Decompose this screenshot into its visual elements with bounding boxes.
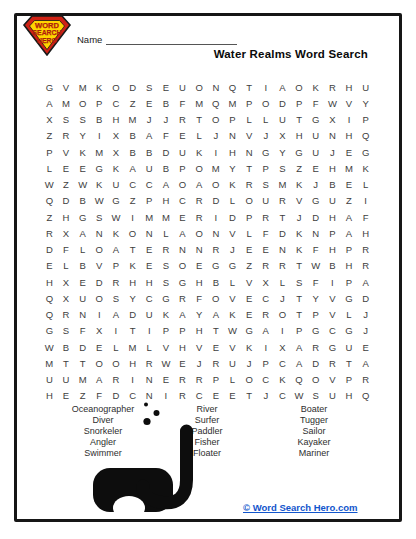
grid-cell[interactable]: O	[124, 225, 141, 241]
grid-cell[interactable]: U	[224, 355, 241, 371]
grid-cell[interactable]: I	[91, 307, 108, 323]
grid-cell[interactable]: Q	[41, 290, 58, 306]
grid-cell[interactable]: B	[91, 112, 108, 128]
grid-cell[interactable]: J	[224, 242, 241, 258]
grid-cell[interactable]: E	[174, 128, 191, 144]
grid-cell[interactable]: I	[141, 323, 158, 339]
grid-cell[interactable]: N	[141, 225, 158, 241]
grid-cell[interactable]: J	[357, 323, 374, 339]
grid-cell[interactable]: D	[307, 209, 324, 225]
grid-cell[interactable]: I	[91, 128, 108, 144]
grid-cell[interactable]: D	[274, 95, 291, 111]
grid-cell[interactable]: T	[341, 355, 358, 371]
grid-cell[interactable]: R	[108, 274, 125, 290]
grid-cell[interactable]: S	[307, 388, 324, 404]
grid-cell[interactable]: U	[257, 193, 274, 209]
grid-cell[interactable]: P	[141, 193, 158, 209]
grid-cell[interactable]: J	[357, 307, 374, 323]
grid-cell[interactable]: Q	[41, 307, 58, 323]
grid-cell[interactable]: H	[324, 209, 341, 225]
grid-cell[interactable]: K	[91, 79, 108, 95]
grid-cell[interactable]: C	[274, 388, 291, 404]
grid-cell[interactable]: Q	[41, 193, 58, 209]
grid-cell[interactable]: Z	[41, 128, 58, 144]
grid-cell[interactable]: K	[191, 144, 208, 160]
grid-cell[interactable]: U	[324, 193, 341, 209]
grid-cell[interactable]: O	[108, 355, 125, 371]
grid-cell[interactable]: U	[307, 144, 324, 160]
grid-cell[interactable]: F	[307, 274, 324, 290]
grid-cell[interactable]: D	[207, 193, 224, 209]
grid-cell[interactable]: G	[307, 193, 324, 209]
grid-cell[interactable]: K	[274, 372, 291, 388]
grid-cell[interactable]: O	[174, 177, 191, 193]
grid-cell[interactable]: E	[74, 274, 91, 290]
grid-cell[interactable]: V	[291, 193, 308, 209]
grid-cell[interactable]: Q	[357, 388, 374, 404]
grid-cell[interactable]: D	[357, 290, 374, 306]
grid-cell[interactable]: M	[207, 160, 224, 176]
grid-cell[interactable]: P	[174, 323, 191, 339]
grid-cell[interactable]: P	[158, 323, 175, 339]
grid-cell[interactable]: V	[58, 144, 75, 160]
grid-cell[interactable]: X	[108, 144, 125, 160]
grid-cell[interactable]: A	[74, 225, 91, 241]
grid-cell[interactable]: O	[91, 290, 108, 306]
grid-cell[interactable]: I	[207, 209, 224, 225]
grid-cell[interactable]: O	[207, 177, 224, 193]
grid-cell[interactable]: L	[341, 307, 358, 323]
grid-cell[interactable]: J	[324, 144, 341, 160]
grid-cell[interactable]: H	[324, 242, 341, 258]
grid-cell[interactable]: Z	[291, 160, 308, 176]
grid-cell[interactable]: J	[191, 355, 208, 371]
grid-cell[interactable]: G	[224, 258, 241, 274]
grid-cell[interactable]: E	[58, 388, 75, 404]
grid-cell[interactable]: Z	[341, 193, 358, 209]
grid-cell[interactable]: G	[357, 144, 374, 160]
grid-cell[interactable]: M	[224, 95, 241, 111]
grid-cell[interactable]: F	[191, 290, 208, 306]
grid-cell[interactable]: G	[174, 274, 191, 290]
grid-cell[interactable]: S	[158, 274, 175, 290]
grid-cell[interactable]: S	[58, 323, 75, 339]
grid-cell[interactable]: B	[74, 258, 91, 274]
grid-cell[interactable]: J	[158, 112, 175, 128]
grid-cell[interactable]: I	[257, 339, 274, 355]
grid-cell[interactable]: W	[91, 193, 108, 209]
grid-cell[interactable]: G	[341, 323, 358, 339]
grid-cell[interactable]: O	[241, 372, 258, 388]
grid-cell[interactable]: A	[341, 225, 358, 241]
grid-cell[interactable]: S	[257, 177, 274, 193]
grid-cell[interactable]: B	[324, 258, 341, 274]
grid-cell[interactable]: L	[74, 242, 91, 258]
grid-cell[interactable]: L	[158, 225, 175, 241]
grid-cell[interactable]: A	[141, 128, 158, 144]
grid-cell[interactable]: E	[41, 258, 58, 274]
grid-cell[interactable]: S	[74, 112, 91, 128]
grid-cell[interactable]: C	[141, 290, 158, 306]
grid-cell[interactable]: O	[291, 79, 308, 95]
grid-cell[interactable]: E	[241, 242, 258, 258]
grid-cell[interactable]: E	[207, 339, 224, 355]
grid-cell[interactable]: O	[74, 95, 91, 111]
grid-cell[interactable]: H	[58, 209, 75, 225]
grid-cell[interactable]: E	[307, 160, 324, 176]
grid-cell[interactable]: E	[191, 258, 208, 274]
grid-cell[interactable]: W	[307, 258, 324, 274]
grid-cell[interactable]: E	[141, 95, 158, 111]
grid-cell[interactable]: J	[207, 128, 224, 144]
grid-cell[interactable]: E	[158, 372, 175, 388]
grid-cell[interactable]: R	[174, 372, 191, 388]
grid-cell[interactable]: J	[241, 355, 258, 371]
grid-cell[interactable]: A	[291, 339, 308, 355]
grid-cell[interactable]: O	[191, 160, 208, 176]
grid-cell[interactable]: U	[174, 144, 191, 160]
grid-cell[interactable]: V	[191, 339, 208, 355]
grid-cell[interactable]: X	[274, 128, 291, 144]
grid-cell[interactable]: W	[41, 339, 58, 355]
grid-cell[interactable]: I	[124, 372, 141, 388]
grid-cell[interactable]: Z	[124, 95, 141, 111]
grid-cell[interactable]: R	[207, 242, 224, 258]
grid-cell[interactable]: U	[41, 372, 58, 388]
grid-cell[interactable]: E	[141, 242, 158, 258]
grid-cell[interactable]: O	[91, 242, 108, 258]
grid-cell[interactable]: J	[141, 112, 158, 128]
grid-cell[interactable]: S	[58, 112, 75, 128]
grid-cell[interactable]: G	[307, 323, 324, 339]
grid-cell[interactable]: N	[307, 225, 324, 241]
grid-cell[interactable]: R	[257, 258, 274, 274]
grid-cell[interactable]: L	[257, 112, 274, 128]
grid-cell[interactable]: M	[141, 209, 158, 225]
grid-cell[interactable]: V	[324, 372, 341, 388]
grid-cell[interactable]: U	[341, 339, 358, 355]
grid-cell[interactable]: E	[174, 355, 191, 371]
grid-cell[interactable]: B	[207, 274, 224, 290]
grid-cell[interactable]: M	[91, 144, 108, 160]
grid-cell[interactable]: H	[191, 323, 208, 339]
grid-cell[interactable]: C	[257, 372, 274, 388]
grid-cell[interactable]: W	[158, 355, 175, 371]
grid-cell[interactable]: L	[224, 372, 241, 388]
grid-cell[interactable]: R	[58, 307, 75, 323]
grid-cell[interactable]: U	[307, 128, 324, 144]
grid-cell[interactable]: K	[307, 79, 324, 95]
grid-cell[interactable]: A	[91, 372, 108, 388]
grid-cell[interactable]: P	[341, 372, 358, 388]
grid-cell[interactable]: R	[357, 242, 374, 258]
grid-cell[interactable]: P	[357, 112, 374, 128]
grid-cell[interactable]: B	[141, 144, 158, 160]
grid-cell[interactable]: H	[224, 144, 241, 160]
grid-cell[interactable]: X	[257, 274, 274, 290]
grid-cell[interactable]: G	[341, 290, 358, 306]
grid-cell[interactable]: P	[257, 160, 274, 176]
grid-cell[interactable]: O	[207, 290, 224, 306]
grid-cell[interactable]: C	[141, 177, 158, 193]
grid-cell[interactable]: C	[108, 95, 125, 111]
grid-cell[interactable]: L	[108, 339, 125, 355]
grid-cell[interactable]: D	[124, 307, 141, 323]
grid-cell[interactable]: Y	[224, 160, 241, 176]
grid-cell[interactable]: Z	[241, 258, 258, 274]
grid-cell[interactable]: H	[357, 225, 374, 241]
grid-cell[interactable]: Y	[357, 95, 374, 111]
grid-cell[interactable]: A	[158, 177, 175, 193]
grid-cell[interactable]: K	[74, 144, 91, 160]
grid-cell[interactable]: A	[108, 242, 125, 258]
grid-cell[interactable]: A	[291, 355, 308, 371]
grid-cell[interactable]: V	[224, 225, 241, 241]
grid-cell[interactable]: T	[207, 323, 224, 339]
grid-cell[interactable]: U	[324, 388, 341, 404]
grid-cell[interactable]: R	[307, 339, 324, 355]
name-input-line[interactable]	[106, 33, 237, 45]
grid-cell[interactable]: F	[307, 95, 324, 111]
grid-cell[interactable]: E	[241, 307, 258, 323]
grid-cell[interactable]: J	[257, 128, 274, 144]
grid-cell[interactable]: T	[291, 290, 308, 306]
grid-cell[interactable]: R	[324, 79, 341, 95]
grid-cell[interactable]: T	[74, 355, 91, 371]
grid-cell[interactable]: E	[224, 388, 241, 404]
grid-cell[interactable]: R	[324, 355, 341, 371]
grid-cell[interactable]: Z	[41, 209, 58, 225]
grid-cell[interactable]: U	[174, 79, 191, 95]
grid-cell[interactable]: P	[257, 355, 274, 371]
grid-cell[interactable]: V	[341, 95, 358, 111]
grid-cell[interactable]: H	[341, 128, 358, 144]
grid-cell[interactable]: D	[124, 79, 141, 95]
grid-cell[interactable]: U	[141, 307, 158, 323]
grid-cell[interactable]: H	[41, 274, 58, 290]
grid-cell[interactable]: E	[257, 242, 274, 258]
grid-cell[interactable]: U	[74, 290, 91, 306]
grid-cell[interactable]: R	[108, 372, 125, 388]
grid-cell[interactable]: O	[241, 193, 258, 209]
grid-cell[interactable]: R	[274, 193, 291, 209]
grid-cell[interactable]: O	[191, 79, 208, 95]
grid-cell[interactable]: B	[124, 128, 141, 144]
grid-cell[interactable]: T	[191, 112, 208, 128]
grid-cell[interactable]: G	[41, 79, 58, 95]
grid-cell[interactable]: Z	[124, 193, 141, 209]
grid-cell[interactable]: T	[274, 209, 291, 225]
grid-cell[interactable]: N	[91, 225, 108, 241]
grid-cell[interactable]: I	[207, 144, 224, 160]
grid-cell[interactable]: D	[58, 193, 75, 209]
grid-cell[interactable]: F	[74, 323, 91, 339]
grid-cell[interactable]: L	[41, 160, 58, 176]
grid-cell[interactable]: A	[357, 355, 374, 371]
grid-cell[interactable]: K	[158, 307, 175, 323]
grid-cell[interactable]: D	[158, 144, 175, 160]
grid-cell[interactable]: N	[207, 225, 224, 241]
grid-cell[interactable]: D	[91, 274, 108, 290]
grid-cell[interactable]: D	[307, 355, 324, 371]
grid-cell[interactable]: P	[174, 160, 191, 176]
grid-cell[interactable]: K	[291, 242, 308, 258]
grid-cell[interactable]: P	[241, 95, 258, 111]
grid-cell[interactable]: K	[291, 225, 308, 241]
grid-cell[interactable]: N	[224, 128, 241, 144]
grid-cell[interactable]: X	[58, 274, 75, 290]
grid-cell[interactable]: O	[274, 307, 291, 323]
grid-cell[interactable]: L	[357, 177, 374, 193]
grid-cell[interactable]: A	[124, 160, 141, 176]
grid-cell[interactable]: L	[58, 258, 75, 274]
grid-cell[interactable]: E	[241, 290, 258, 306]
grid-cell[interactable]: W	[108, 209, 125, 225]
grid-cell[interactable]: V	[324, 290, 341, 306]
grid-cell[interactable]: X	[91, 323, 108, 339]
grid-cell[interactable]: M	[74, 372, 91, 388]
grid-cell[interactable]: U	[141, 160, 158, 176]
grid-cell[interactable]: U	[357, 79, 374, 95]
grid-cell[interactable]: R	[257, 307, 274, 323]
grid-cell[interactable]: F	[174, 95, 191, 111]
grid-cell[interactable]: E	[141, 258, 158, 274]
grid-cell[interactable]: K	[224, 307, 241, 323]
grid-cell[interactable]: M	[58, 95, 75, 111]
grid-cell[interactable]: O	[91, 355, 108, 371]
grid-cell[interactable]: O	[174, 258, 191, 274]
grid-cell[interactable]: R	[357, 372, 374, 388]
grid-cell[interactable]: A	[357, 274, 374, 290]
grid-cell[interactable]: V	[324, 307, 341, 323]
grid-cell[interactable]: B	[74, 193, 91, 209]
grid-cell[interactable]: H	[124, 274, 141, 290]
grid-cell[interactable]: J	[257, 388, 274, 404]
grid-cell[interactable]: G	[158, 290, 175, 306]
grid-cell[interactable]: R	[191, 372, 208, 388]
grid-cell[interactable]: R	[174, 290, 191, 306]
grid-cell[interactable]: V	[158, 339, 175, 355]
grid-cell[interactable]: H	[108, 112, 125, 128]
grid-cell[interactable]: P	[108, 258, 125, 274]
grid-cell[interactable]: G	[241, 323, 258, 339]
grid-cell[interactable]: S	[108, 290, 125, 306]
grid-cell[interactable]: U	[108, 177, 125, 193]
grid-cell[interactable]: F	[58, 242, 75, 258]
grid-cell[interactable]: N	[174, 242, 191, 258]
grid-cell[interactable]: D	[224, 209, 241, 225]
grid-cell[interactable]: W	[41, 177, 58, 193]
grid-cell[interactable]: B	[58, 339, 75, 355]
grid-cell[interactable]: T	[241, 160, 258, 176]
grid-cell[interactable]: G	[257, 144, 274, 160]
grid-cell[interactable]: T	[241, 79, 258, 95]
grid-cell[interactable]: Q	[357, 128, 374, 144]
grid-cell[interactable]: D	[274, 225, 291, 241]
grid-cell[interactable]: P	[91, 95, 108, 111]
grid-cell[interactable]: L	[224, 274, 241, 290]
grid-cell[interactable]: D	[41, 242, 58, 258]
grid-cell[interactable]: R	[141, 355, 158, 371]
grid-cell[interactable]: J	[291, 209, 308, 225]
grid-cell[interactable]: H	[141, 274, 158, 290]
grid-cell[interactable]: I	[341, 112, 358, 128]
grid-cell[interactable]: V	[241, 128, 258, 144]
grid-cell[interactable]: H	[41, 388, 58, 404]
grid-cell[interactable]: W	[74, 177, 91, 193]
grid-cell[interactable]: N	[191, 242, 208, 258]
grid-cell[interactable]: G	[74, 209, 91, 225]
grid-cell[interactable]: S	[91, 209, 108, 225]
grid-cell[interactable]: X	[274, 339, 291, 355]
grid-cell[interactable]: R	[257, 209, 274, 225]
grid-cell[interactable]: K	[241, 339, 258, 355]
grid-cell[interactable]: V	[91, 258, 108, 274]
grid-cell[interactable]: M	[124, 339, 141, 355]
credit-link[interactable]: © Word Search Hero.com	[243, 502, 358, 513]
grid-cell[interactable]: Q	[291, 372, 308, 388]
grid-cell[interactable]: H	[341, 388, 358, 404]
grid-cell[interactable]: B	[324, 177, 341, 193]
grid-cell[interactable]: N	[324, 128, 341, 144]
grid-cell[interactable]: F	[357, 209, 374, 225]
grid-cell[interactable]: R	[274, 258, 291, 274]
grid-cell[interactable]: X	[108, 128, 125, 144]
grid-cell[interactable]: P	[41, 144, 58, 160]
grid-cell[interactable]: O	[207, 112, 224, 128]
grid-cell[interactable]: S	[291, 274, 308, 290]
grid-cell[interactable]: V	[58, 79, 75, 95]
grid-cell[interactable]: L	[141, 339, 158, 355]
grid-cell[interactable]: H	[124, 355, 141, 371]
grid-cell[interactable]: H	[341, 79, 358, 95]
grid-cell[interactable]: X	[41, 112, 58, 128]
grid-cell[interactable]: A	[207, 307, 224, 323]
grid-cell[interactable]: K	[124, 258, 141, 274]
grid-cell[interactable]: W	[291, 388, 308, 404]
grid-cell[interactable]: N	[141, 372, 158, 388]
grid-cell[interactable]: J	[274, 290, 291, 306]
grid-cell[interactable]: Q	[224, 79, 241, 95]
grid-cell[interactable]: M	[41, 355, 58, 371]
grid-cell[interactable]: X	[324, 112, 341, 128]
grid-cell[interactable]: G	[108, 193, 125, 209]
grid-cell[interactable]: I	[357, 193, 374, 209]
grid-cell[interactable]: T	[291, 112, 308, 128]
grid-cell[interactable]: P	[241, 209, 258, 225]
grid-cell[interactable]: T	[291, 258, 308, 274]
grid-cell[interactable]: K	[224, 177, 241, 193]
grid-cell[interactable]: A	[257, 323, 274, 339]
grid-cell[interactable]: H	[191, 274, 208, 290]
grid-cell[interactable]: R	[207, 355, 224, 371]
grid-cell[interactable]: I	[257, 79, 274, 95]
grid-cell[interactable]: A	[108, 307, 125, 323]
grid-cell[interactable]: H	[341, 258, 358, 274]
grid-cell[interactable]: A	[41, 95, 58, 111]
grid-cell[interactable]: R	[357, 258, 374, 274]
grid-cell[interactable]: K	[108, 225, 125, 241]
grid-cell[interactable]: H	[158, 193, 175, 209]
grid-cell[interactable]: R	[158, 242, 175, 258]
grid-cell[interactable]: T	[124, 242, 141, 258]
grid-cell[interactable]: Y	[74, 128, 91, 144]
grid-cell[interactable]: B	[158, 160, 175, 176]
grid-cell[interactable]: S	[158, 258, 175, 274]
grid-cell[interactable]: F	[158, 128, 175, 144]
grid-cell[interactable]: C	[257, 290, 274, 306]
grid-cell[interactable]: R	[58, 128, 75, 144]
